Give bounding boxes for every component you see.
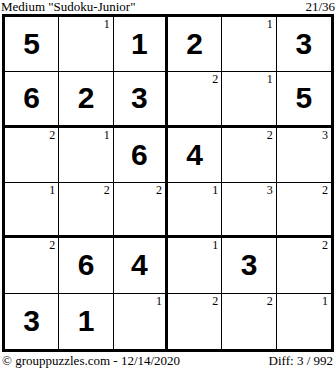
puzzle-title: Medium "Sudoku-Junior" bbox=[1, 0, 135, 13]
cell-r3c1[interactable]: 2 bbox=[5, 128, 59, 183]
cell-r2c1[interactable]: 6 bbox=[5, 72, 59, 127]
cell-r1c6[interactable]: 3 bbox=[277, 17, 331, 72]
cell-r2c6[interactable]: 5 bbox=[277, 72, 331, 127]
given-digit bbox=[222, 17, 275, 71]
sudoku-grid: 511213623215216423122132264132311221 bbox=[2, 14, 334, 352]
copyright-text: © grouppuzzles.com - 12/14/2020 bbox=[2, 353, 180, 368]
cell-r1c5[interactable]: 1 bbox=[222, 17, 276, 72]
given-digit bbox=[114, 294, 165, 349]
cell-r6c4[interactable]: 2 bbox=[168, 294, 222, 349]
cell-r6c2[interactable]: 1 bbox=[59, 294, 113, 349]
given-digit bbox=[222, 183, 275, 235]
given-digit: 3 bbox=[222, 238, 275, 292]
cell-r4c3[interactable]: 2 bbox=[114, 183, 168, 238]
given-digit bbox=[59, 128, 112, 182]
cell-r4c4[interactable]: 1 bbox=[168, 183, 222, 238]
cell-r3c4[interactable]: 4 bbox=[168, 128, 222, 183]
given-digit bbox=[277, 128, 331, 182]
given-digit: 1 bbox=[59, 294, 112, 349]
cell-r2c3[interactable]: 3 bbox=[114, 72, 168, 127]
puzzle-page: Medium "Sudoku-Junior" 21/36 51121362321… bbox=[0, 0, 336, 370]
given-digit bbox=[168, 72, 221, 124]
cell-r1c4[interactable]: 2 bbox=[168, 17, 222, 72]
given-digit: 4 bbox=[114, 238, 165, 292]
given-digit bbox=[5, 238, 58, 292]
cell-r2c4[interactable]: 2 bbox=[168, 72, 222, 127]
cell-r6c1[interactable]: 3 bbox=[5, 294, 59, 349]
given-digit bbox=[59, 17, 112, 71]
cell-r4c6[interactable]: 2 bbox=[277, 183, 331, 238]
cell-r1c1[interactable]: 5 bbox=[5, 17, 59, 72]
cell-r3c5[interactable]: 2 bbox=[222, 128, 276, 183]
cell-r3c3[interactable]: 6 bbox=[114, 128, 168, 183]
given-digit: 5 bbox=[277, 72, 331, 124]
given-digit: 5 bbox=[5, 17, 58, 71]
cell-r5c2[interactable]: 6 bbox=[59, 238, 113, 293]
footer: © grouppuzzles.com - 12/14/2020 Diff: 3 … bbox=[0, 353, 336, 368]
cell-r5c6[interactable]: 2 bbox=[277, 238, 331, 293]
cell-r6c6[interactable]: 1 bbox=[277, 294, 331, 349]
given-digit bbox=[222, 72, 275, 124]
given-digit bbox=[277, 183, 331, 235]
given-digit bbox=[222, 294, 275, 349]
difficulty-text: Diff: 3 / 992 bbox=[269, 353, 333, 368]
cell-r5c1[interactable]: 2 bbox=[5, 238, 59, 293]
given-digit: 3 bbox=[5, 294, 58, 349]
given-digit bbox=[168, 294, 221, 349]
given-digit: 1 bbox=[114, 17, 165, 71]
cell-r2c2[interactable]: 2 bbox=[59, 72, 113, 127]
given-digit: 3 bbox=[277, 17, 331, 71]
header: Medium "Sudoku-Junior" 21/36 bbox=[0, 0, 336, 14]
given-digit: 2 bbox=[59, 72, 112, 124]
given-digit: 6 bbox=[5, 72, 58, 124]
given-digit bbox=[114, 183, 165, 235]
given-digit bbox=[277, 294, 331, 349]
given-digit: 4 bbox=[168, 128, 221, 182]
cell-r4c5[interactable]: 3 bbox=[222, 183, 276, 238]
given-digit bbox=[168, 238, 221, 292]
given-digit bbox=[168, 183, 221, 235]
cell-r3c6[interactable]: 3 bbox=[277, 128, 331, 183]
given-digit bbox=[5, 128, 58, 182]
given-digit: 6 bbox=[59, 238, 112, 292]
cell-r5c5[interactable]: 3 bbox=[222, 238, 276, 293]
given-digit: 2 bbox=[168, 17, 221, 71]
given-digit: 3 bbox=[114, 72, 165, 124]
cell-r1c2[interactable]: 1 bbox=[59, 17, 113, 72]
cells-remaining-counter: 21/36 bbox=[305, 0, 335, 13]
cell-r6c3[interactable]: 1 bbox=[114, 294, 168, 349]
cell-r3c2[interactable]: 1 bbox=[59, 128, 113, 183]
cell-r4c2[interactable]: 2 bbox=[59, 183, 113, 238]
given-digit bbox=[222, 128, 275, 182]
cell-r2c5[interactable]: 1 bbox=[222, 72, 276, 127]
given-digit bbox=[5, 183, 58, 235]
cell-r4c1[interactable]: 1 bbox=[5, 183, 59, 238]
cell-r5c4[interactable]: 1 bbox=[168, 238, 222, 293]
cell-r6c5[interactable]: 2 bbox=[222, 294, 276, 349]
given-digit: 6 bbox=[114, 128, 165, 182]
given-digit bbox=[59, 183, 112, 235]
cell-r5c3[interactable]: 4 bbox=[114, 238, 168, 293]
cell-r1c3[interactable]: 1 bbox=[114, 17, 168, 72]
given-digit bbox=[277, 238, 331, 292]
